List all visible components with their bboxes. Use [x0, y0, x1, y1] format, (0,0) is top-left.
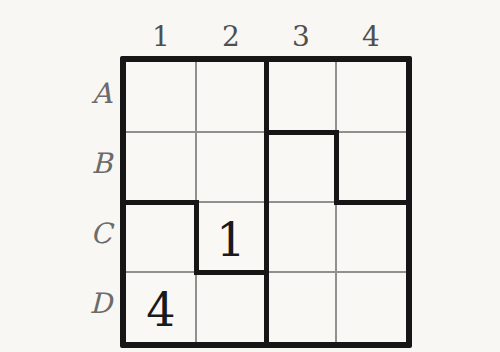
cell-C1[interactable]	[126, 202, 196, 272]
cell-A2[interactable]	[196, 62, 266, 132]
cage-border-below-C2	[194, 270, 269, 275]
cage-border-below-B4	[334, 200, 413, 205]
cage-border-vertical-col2-col3-full	[264, 56, 269, 348]
cage-border-above-C1	[120, 200, 199, 205]
cell-B4[interactable]	[336, 132, 406, 202]
row-label-D: D	[72, 286, 112, 322]
row-label-C: C	[72, 216, 112, 252]
cell-D2[interactable]	[196, 272, 266, 342]
row-label-B: B	[72, 146, 112, 182]
row-label-A: A	[72, 76, 112, 112]
column-label-1: 1	[136, 21, 186, 53]
cell-D4[interactable]	[336, 272, 406, 342]
cage-border-above-B3	[264, 130, 339, 135]
cell-C3[interactable]	[266, 202, 336, 272]
cell-B1[interactable]	[126, 132, 196, 202]
cage-border-between-C1-C2	[194, 200, 199, 275]
column-label-4: 4	[346, 21, 396, 53]
puzzle-board: 1 4	[120, 56, 412, 348]
cell-A1[interactable]	[126, 62, 196, 132]
cell-A3[interactable]	[266, 62, 336, 132]
cell-B2[interactable]	[196, 132, 266, 202]
cell-C4[interactable]	[336, 202, 406, 272]
column-label-2: 2	[206, 21, 256, 53]
cell-D1[interactable]: 4	[126, 272, 196, 342]
cell-D3[interactable]	[266, 272, 336, 342]
cell-C2[interactable]: 1	[196, 202, 266, 272]
column-label-3: 3	[276, 21, 326, 53]
puzzle-diagram: 1 2 3 4 A B C D 1 4	[0, 0, 500, 352]
cell-A4[interactable]	[336, 62, 406, 132]
cage-border-between-B3-B4	[334, 130, 339, 205]
cell-B3[interactable]	[266, 132, 336, 202]
